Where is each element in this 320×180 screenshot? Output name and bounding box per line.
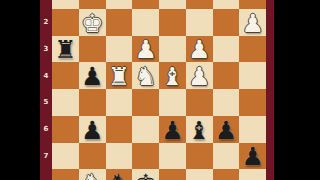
square-h8[interactable]: [52, 169, 79, 180]
square-f8[interactable]: ♞: [106, 169, 133, 180]
black-pawn-a7: ♟: [241, 144, 263, 169]
square-c2[interactable]: [186, 9, 213, 36]
square-e7[interactable]: [132, 143, 159, 170]
white-pawn-c4: ♟: [188, 64, 210, 89]
square-g7[interactable]: [79, 143, 106, 170]
square-c7[interactable]: [186, 143, 213, 170]
black-knight-f8: ♞: [108, 171, 130, 180]
square-f3[interactable]: [106, 36, 133, 63]
square-d1[interactable]: [159, 0, 186, 9]
square-f5[interactable]: [106, 89, 133, 116]
square-d6[interactable]: ♟: [159, 116, 186, 143]
square-b1[interactable]: [213, 0, 240, 9]
square-e5[interactable]: [132, 89, 159, 116]
square-c5[interactable]: [186, 89, 213, 116]
white-king-g2: ♚: [81, 11, 103, 36]
square-h1[interactable]: [52, 0, 79, 9]
square-h6[interactable]: [52, 116, 79, 143]
white-pawn-a2: ♟: [241, 11, 263, 36]
square-e8[interactable]: ♚: [132, 169, 159, 180]
white-knight-e4: ♞: [134, 64, 156, 89]
square-a2[interactable]: ♟: [239, 9, 266, 36]
square-b8[interactable]: [213, 169, 240, 180]
square-a4[interactable]: [239, 62, 266, 89]
rank-label-6: 6: [40, 125, 52, 133]
square-c6[interactable]: ♝: [186, 116, 213, 143]
white-pawn-c3: ♟: [188, 37, 210, 62]
square-d2[interactable]: [159, 9, 186, 36]
square-g1[interactable]: [79, 0, 106, 9]
square-h5[interactable]: [52, 89, 79, 116]
square-e6[interactable]: [132, 116, 159, 143]
square-e1[interactable]: [132, 0, 159, 9]
white-bishop-d4: ♝: [161, 64, 183, 89]
rank-label-2: 2: [40, 18, 52, 26]
square-c4[interactable]: ♟: [186, 62, 213, 89]
square-e4[interactable]: ♞: [132, 62, 159, 89]
square-g4[interactable]: ♟: [79, 62, 106, 89]
square-c3[interactable]: ♟: [186, 36, 213, 63]
square-f2[interactable]: [106, 9, 133, 36]
square-d4[interactable]: ♝: [159, 62, 186, 89]
rank-label-5: 5: [40, 98, 52, 106]
square-f4[interactable]: ♜: [106, 62, 133, 89]
square-b5[interactable]: [213, 89, 240, 116]
black-king-e8: ♚: [134, 171, 156, 180]
rank-label-4: 4: [40, 72, 52, 80]
square-a3[interactable]: [239, 36, 266, 63]
black-pawn-d6: ♟: [161, 118, 183, 143]
square-b4[interactable]: [213, 62, 240, 89]
black-pawn-g6: ♟: [81, 118, 103, 143]
square-a5[interactable]: [239, 89, 266, 116]
square-b3[interactable]: [213, 36, 240, 63]
square-h2[interactable]: [52, 9, 79, 36]
white-knight-g8: ♞: [81, 171, 103, 180]
square-g8[interactable]: ♞: [79, 169, 106, 180]
square-d3[interactable]: [159, 36, 186, 63]
black-bishop-c6: ♝: [188, 118, 210, 143]
square-h7[interactable]: [52, 143, 79, 170]
square-f1[interactable]: [106, 0, 133, 9]
square-g3[interactable]: [79, 36, 106, 63]
square-e3[interactable]: ♟: [132, 36, 159, 63]
square-g2[interactable]: ♚: [79, 9, 106, 36]
chess-board: ♚♟♜♟♟♟♜♞♝♟♟♟♝♟♟♞♞♚: [52, 0, 266, 180]
square-e2[interactable]: [132, 9, 159, 36]
rank-label-3: 3: [40, 45, 52, 53]
white-rook-f4: ♜: [108, 64, 130, 89]
square-d8[interactable]: [159, 169, 186, 180]
square-a6[interactable]: [239, 116, 266, 143]
black-pawn-b6: ♟: [215, 118, 237, 143]
screenshot-root: { "game": "chess", "board": { "orientati…: [0, 0, 320, 180]
square-g5[interactable]: [79, 89, 106, 116]
square-h3[interactable]: ♜: [52, 36, 79, 63]
square-b2[interactable]: [213, 9, 240, 36]
black-pawn-g4: ♟: [81, 64, 103, 89]
square-b6[interactable]: ♟: [213, 116, 240, 143]
board-viewport: ♚♟♜♟♟♟♜♞♝♟♟♟♝♟♟♞♞♚: [52, 0, 266, 180]
white-pawn-e3: ♟: [134, 37, 156, 62]
square-d5[interactable]: [159, 89, 186, 116]
square-h4[interactable]: [52, 62, 79, 89]
square-g6[interactable]: ♟: [79, 116, 106, 143]
square-a7[interactable]: ♟: [239, 143, 266, 170]
square-c1[interactable]: [186, 0, 213, 9]
board-frame: ♚♟♜♟♟♟♜♞♝♟♟♟♝♟♟♞♞♚ 234567: [40, 0, 274, 180]
rank-label-7: 7: [40, 152, 52, 160]
square-c8[interactable]: [186, 169, 213, 180]
square-b7[interactable]: [213, 143, 240, 170]
square-f7[interactable]: [106, 143, 133, 170]
black-rook-h3: ♜: [54, 37, 76, 62]
square-d7[interactable]: [159, 143, 186, 170]
square-f6[interactable]: [106, 116, 133, 143]
square-a1[interactable]: [239, 0, 266, 9]
